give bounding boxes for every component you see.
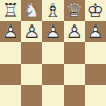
- chess-board: ♜♖♞♘♝♗♛♕♚♔♟♙♟♙♟♙♟♙♟♙: [0, 0, 106, 106]
- white-knight[interactable]: ♞♘: [21, 0, 42, 21]
- white-pawn[interactable]: ♟♙: [42, 21, 63, 42]
- white-pawn-outline-glyph: ♙: [64, 21, 85, 42]
- chess-board-viewport: ♜♖♞♘♝♗♛♕♚♔♟♙♟♙♟♙♟♙♟♙: [0, 0, 106, 106]
- square-d7[interactable]: ♟♙: [64, 21, 85, 42]
- square-a4[interactable]: [0, 85, 21, 106]
- square-c7[interactable]: ♟♙: [42, 21, 63, 42]
- white-queen-outline-glyph: ♕: [64, 0, 85, 21]
- white-bishop-outline-glyph: ♗: [42, 0, 63, 21]
- square-e8[interactable]: ♚♔: [85, 0, 106, 21]
- square-a6[interactable]: [0, 42, 21, 63]
- white-king[interactable]: ♚♔: [85, 0, 106, 21]
- square-d5[interactable]: [64, 64, 85, 85]
- white-pawn-outline-glyph: ♙: [42, 21, 63, 42]
- square-e6[interactable]: [85, 42, 106, 63]
- square-e5[interactable]: [85, 64, 106, 85]
- square-c5[interactable]: [42, 64, 63, 85]
- white-rook-outline-glyph: ♖: [0, 0, 21, 21]
- square-d8[interactable]: ♛♕: [64, 0, 85, 21]
- white-pawn[interactable]: ♟♙: [85, 21, 106, 42]
- square-c4[interactable]: [42, 85, 63, 106]
- white-knight-outline-glyph: ♘: [21, 0, 42, 21]
- square-b6[interactable]: [21, 42, 42, 63]
- white-pawn-outline-glyph: ♙: [85, 21, 106, 42]
- white-rook[interactable]: ♜♖: [0, 0, 21, 21]
- square-d4[interactable]: [64, 85, 85, 106]
- white-pawn[interactable]: ♟♙: [64, 21, 85, 42]
- square-a5[interactable]: [0, 64, 21, 85]
- square-b5[interactable]: [21, 64, 42, 85]
- white-bishop[interactable]: ♝♗: [42, 0, 63, 21]
- white-pawn-outline-glyph: ♙: [21, 21, 42, 42]
- square-b4[interactable]: [21, 85, 42, 106]
- square-a8[interactable]: ♜♖: [0, 0, 21, 21]
- white-queen[interactable]: ♛♕: [64, 0, 85, 21]
- white-pawn-outline-glyph: ♙: [0, 21, 21, 42]
- white-pawn[interactable]: ♟♙: [21, 21, 42, 42]
- square-d6[interactable]: [64, 42, 85, 63]
- square-c8[interactable]: ♝♗: [42, 0, 63, 21]
- square-b8[interactable]: ♞♘: [21, 0, 42, 21]
- square-b7[interactable]: ♟♙: [21, 21, 42, 42]
- white-king-outline-glyph: ♔: [85, 0, 106, 21]
- square-c6[interactable]: [42, 42, 63, 63]
- square-e7[interactable]: ♟♙: [85, 21, 106, 42]
- square-e4[interactable]: [85, 85, 106, 106]
- white-pawn[interactable]: ♟♙: [0, 21, 21, 42]
- square-a7[interactable]: ♟♙: [0, 21, 21, 42]
